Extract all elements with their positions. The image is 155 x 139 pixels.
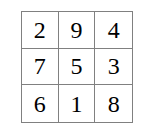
grid-cell-r0c0: 2 (22, 12, 59, 49)
grid-cell-r1c1: 5 (59, 49, 96, 86)
grid-cell-r1c2: 3 (95, 49, 132, 86)
grid-cell-r0c2: 4 (95, 12, 132, 49)
grid-cell-r2c2: 8 (95, 85, 132, 122)
grid-cell-r2c1: 1 (59, 85, 96, 122)
grid-cell-r0c1: 9 (59, 12, 96, 49)
magic-square-diagram: 2 9 4 7 5 3 6 1 8 (0, 0, 155, 139)
grid-cell-r2c0: 6 (22, 85, 59, 122)
grid-cell-r1c0: 7 (22, 49, 59, 86)
magic-square-board: 2 9 4 7 5 3 6 1 8 (21, 11, 133, 123)
